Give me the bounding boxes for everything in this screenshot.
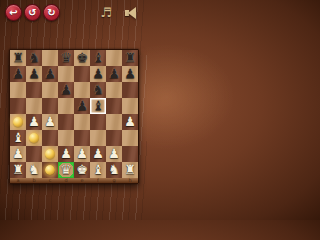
file-label-a: a — [10, 178, 26, 183]
square-g1[interactable]: ♞ — [106, 162, 122, 178]
square-d5[interactable] — [58, 98, 74, 114]
piece-white-queen[interactable]: ♛ — [60, 162, 72, 178]
redo-icon: ↻ — [47, 7, 55, 18]
file-label-g: g — [106, 178, 122, 183]
file-label-h: h — [122, 178, 138, 183]
square-d6[interactable]: ♟ — [58, 82, 74, 98]
undo-icon: ↺ — [28, 7, 36, 18]
piece-black-queen[interactable]: ♛ — [60, 50, 72, 66]
square-a6[interactable] — [10, 82, 26, 98]
square-d4[interactable] — [58, 114, 74, 130]
square-d1[interactable]: ♛ — [58, 162, 74, 178]
piece-black-pawn[interactable]: ♟ — [44, 66, 56, 82]
exit-button[interactable]: ↩ — [5, 4, 22, 21]
square-d3[interactable] — [58, 130, 74, 146]
square-d8[interactable]: ♛ — [58, 50, 74, 66]
file-label-b: b — [26, 178, 42, 183]
piece-black-pawn[interactable]: ♟ — [12, 66, 24, 82]
chess-board: ♜♞♛♚♝♜♟♟♟♟♟♟♟♞♟♝♟♟♟♝♟♟♟♟♟♜♞♛♚♝♞♜ abcdefg… — [9, 49, 139, 184]
square-b4[interactable]: ♟ — [26, 114, 42, 130]
square-h7[interactable]: ♟ — [122, 66, 138, 82]
square-b6[interactable] — [26, 82, 42, 98]
redo-button[interactable]: ↻ — [43, 4, 60, 21]
piece-black-rook[interactable]: ♜ — [124, 50, 136, 66]
piece-black-king[interactable]: ♚ — [76, 50, 88, 66]
square-h1[interactable]: ♜ — [122, 162, 138, 178]
square-d2[interactable]: ♟ — [58, 146, 74, 162]
square-h2[interactable] — [122, 146, 138, 162]
square-h8[interactable]: ♜ — [122, 50, 138, 66]
square-g6[interactable] — [106, 82, 122, 98]
square-f3[interactable] — [90, 130, 106, 146]
square-c5[interactable] — [42, 98, 58, 114]
piece-black-pawn[interactable]: ♟ — [92, 66, 104, 82]
music-toggle[interactable]: ♬ — [98, 4, 114, 21]
piece-black-pawn[interactable]: ♟ — [124, 66, 136, 82]
move-hint-a4[interactable] — [13, 117, 23, 127]
piece-white-rook[interactable]: ♜ — [124, 162, 136, 178]
square-e4[interactable] — [74, 114, 90, 130]
move-hint-c2[interactable] — [45, 149, 55, 159]
square-h6[interactable] — [122, 82, 138, 98]
square-c2[interactable] — [42, 146, 58, 162]
square-b2[interactable] — [26, 146, 42, 162]
square-a2[interactable]: ♟ — [10, 146, 26, 162]
square-b8[interactable]: ♞ — [26, 50, 42, 66]
piece-white-bishop[interactable]: ♝ — [92, 162, 104, 178]
piece-white-pawn[interactable]: ♟ — [44, 114, 56, 130]
square-c4[interactable]: ♟ — [42, 114, 58, 130]
undo-button[interactable]: ↺ — [24, 4, 41, 21]
piece-white-knight[interactable]: ♞ — [108, 162, 120, 178]
square-b5[interactable] — [26, 98, 42, 114]
square-c1[interactable] — [42, 162, 58, 178]
square-c7[interactable]: ♟ — [42, 66, 58, 82]
square-f8[interactable]: ♝ — [90, 50, 106, 66]
square-a4[interactable] — [10, 114, 26, 130]
file-label-f: f — [90, 178, 106, 183]
sound-toggle[interactable] — [124, 5, 139, 20]
piece-white-knight[interactable]: ♞ — [28, 162, 40, 178]
square-f1[interactable]: ♝ — [90, 162, 106, 178]
piece-white-pawn[interactable]: ♟ — [12, 146, 24, 162]
square-e6[interactable] — [74, 82, 90, 98]
piece-white-king[interactable]: ♚ — [76, 162, 88, 178]
square-a5[interactable] — [10, 98, 26, 114]
square-b3[interactable] — [26, 130, 42, 146]
square-a8[interactable]: ♜ — [10, 50, 26, 66]
file-label-e: e — [74, 178, 90, 183]
piece-white-pawn[interactable]: ♟ — [108, 146, 120, 162]
square-b1[interactable]: ♞ — [26, 162, 42, 178]
piece-black-pawn[interactable]: ♟ — [76, 98, 88, 114]
piece-white-pawn[interactable]: ♟ — [92, 146, 104, 162]
file-label-d: d — [58, 178, 74, 183]
piece-black-knight[interactable]: ♞ — [92, 82, 104, 98]
square-e8[interactable]: ♚ — [74, 50, 90, 66]
move-hint-b3[interactable] — [29, 133, 39, 143]
piece-white-pawn[interactable]: ♟ — [124, 114, 136, 130]
piece-black-pawn[interactable]: ♟ — [108, 66, 120, 82]
piece-black-knight[interactable]: ♞ — [28, 50, 40, 66]
square-e2[interactable]: ♟ — [74, 146, 90, 162]
piece-black-pawn[interactable]: ♟ — [60, 82, 72, 98]
square-f4[interactable] — [90, 114, 106, 130]
piece-black-bishop[interactable]: ♝ — [92, 98, 104, 114]
square-h3[interactable] — [122, 130, 138, 146]
square-a3[interactable]: ♝ — [10, 130, 26, 146]
square-g7[interactable]: ♟ — [106, 66, 122, 82]
square-e7[interactable] — [74, 66, 90, 82]
exit-icon: ↩ — [9, 7, 17, 18]
piece-white-pawn[interactable]: ♟ — [28, 114, 40, 130]
square-g5[interactable] — [106, 98, 122, 114]
square-g3[interactable] — [106, 130, 122, 146]
music-note-icon: ♬ — [100, 5, 112, 20]
piece-black-bishop[interactable]: ♝ — [92, 50, 104, 66]
square-d7[interactable] — [58, 66, 74, 82]
square-f5[interactable]: ♝ — [90, 98, 106, 114]
square-a7[interactable]: ♟ — [10, 66, 26, 82]
square-g4[interactable] — [106, 114, 122, 130]
move-hint-c1[interactable] — [45, 165, 55, 175]
piece-white-pawn[interactable]: ♟ — [76, 146, 88, 162]
square-f2[interactable]: ♟ — [90, 146, 106, 162]
square-g8[interactable] — [106, 50, 122, 66]
square-c3[interactable] — [42, 130, 58, 146]
piece-black-rook[interactable]: ♜ — [12, 50, 24, 66]
piece-white-rook[interactable]: ♜ — [12, 162, 24, 178]
square-c8[interactable] — [42, 50, 58, 66]
square-e3[interactable] — [74, 130, 90, 146]
square-f7[interactable]: ♟ — [90, 66, 106, 82]
board-bottom-edge: abcdefgh — [10, 178, 138, 183]
piece-black-pawn[interactable]: ♟ — [28, 66, 40, 82]
square-f6[interactable]: ♞ — [90, 82, 106, 98]
square-c6[interactable] — [42, 82, 58, 98]
square-h4[interactable]: ♟ — [122, 114, 138, 130]
piece-white-bishop[interactable]: ♝ — [12, 130, 24, 146]
square-a1[interactable]: ♜ — [10, 162, 26, 178]
piece-white-pawn[interactable]: ♟ — [60, 146, 72, 162]
square-e5[interactable]: ♟ — [74, 98, 90, 114]
square-g2[interactable]: ♟ — [106, 146, 122, 162]
square-e1[interactable]: ♚ — [74, 162, 90, 178]
square-b7[interactable]: ♟ — [26, 66, 42, 82]
file-label-c: c — [42, 178, 58, 183]
square-h5[interactable] — [122, 98, 138, 114]
